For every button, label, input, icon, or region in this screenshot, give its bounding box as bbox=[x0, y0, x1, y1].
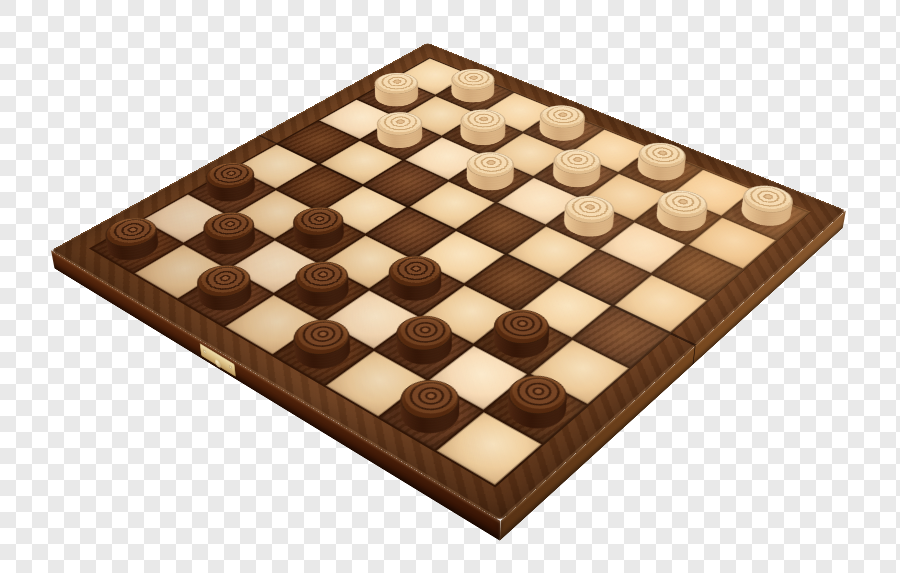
piece-dark[interactable]: ⛂ bbox=[195, 221, 266, 261]
piece-light[interactable]: ⛀ bbox=[732, 194, 799, 232]
latch-screw-icon bbox=[229, 365, 232, 370]
piece-dark[interactable]: ⛂ bbox=[198, 172, 265, 209]
piece-light[interactable]: ⛀ bbox=[628, 152, 692, 187]
piece-dark[interactable]: ⛂ bbox=[379, 265, 452, 309]
piece-dark[interactable]: ⛂ bbox=[496, 383, 577, 437]
piece-light[interactable]: ⛀ bbox=[554, 205, 622, 244]
piece-light[interactable]: ⛀ bbox=[368, 121, 431, 154]
piece-light[interactable]: ⛀ bbox=[443, 78, 503, 108]
piece-dark[interactable]: ⛂ bbox=[483, 318, 559, 366]
fold-seam-side bbox=[692, 345, 695, 365]
piece-dark[interactable]: ⛂ bbox=[286, 270, 360, 314]
piece-light[interactable]: ⛀ bbox=[457, 161, 523, 197]
board-frame: ⛀⛀⛀⛀⛀⛀⛀⛀⛀⛀⛀⛂⛂⛂⛂⛂⛂⛂⛂⛂⛂⛂⛂ bbox=[51, 43, 846, 521]
checkers-board: ⛀⛀⛀⛀⛀⛀⛀⛀⛀⛀⛀⛂⛂⛂⛂⛂⛂⛂⛂⛂⛂⛂⛂ bbox=[51, 43, 846, 521]
piece-light[interactable]: ⛀ bbox=[544, 158, 609, 194]
latch-knob bbox=[215, 358, 222, 368]
piece-light[interactable]: ⛀ bbox=[647, 199, 715, 238]
latch-screw-icon bbox=[203, 349, 206, 354]
piece-light[interactable]: ⛀ bbox=[451, 119, 514, 152]
piece-dark[interactable]: ⛂ bbox=[284, 216, 354, 256]
piece-dark[interactable]: ⛂ bbox=[188, 274, 262, 319]
transparent-background: ⛀⛀⛀⛀⛀⛀⛀⛀⛀⛀⛀⛂⛂⛂⛂⛂⛂⛂⛂⛂⛂⛂⛂ bbox=[0, 0, 900, 573]
piece-light[interactable]: ⛀ bbox=[530, 114, 592, 146]
piece-dark[interactable]: ⛂ bbox=[389, 388, 470, 443]
piece-dark[interactable]: ⛂ bbox=[284, 328, 362, 377]
piece-dark[interactable]: ⛂ bbox=[386, 324, 463, 373]
